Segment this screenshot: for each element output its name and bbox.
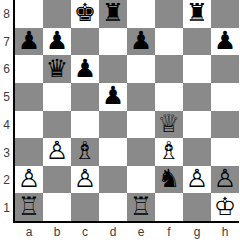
square-c8[interactable]: ♚	[71, 0, 99, 28]
square-d7[interactable]	[99, 28, 127, 56]
square-c3[interactable]: ♗	[71, 138, 99, 166]
rank-label-7: 7	[0, 28, 13, 56]
file-label-h: h	[211, 223, 239, 240]
square-g2[interactable]: ♙	[183, 166, 211, 194]
square-d4[interactable]	[99, 111, 127, 139]
square-c4[interactable]	[71, 111, 99, 139]
piece-black-pawn: ♟	[74, 56, 96, 81]
file-labels: abcdefgh	[15, 223, 239, 240]
square-c2[interactable]: ♙	[71, 166, 99, 194]
file-label-b: b	[43, 223, 71, 240]
piece-white-pawn: ♙	[186, 166, 208, 191]
rank-label-2: 2	[0, 167, 13, 195]
square-b4[interactable]	[43, 111, 71, 139]
square-a6[interactable]	[15, 55, 43, 83]
square-h4[interactable]	[211, 111, 239, 139]
square-d1[interactable]	[99, 193, 127, 221]
piece-black-pawn: ♟	[214, 28, 236, 53]
square-d8[interactable]: ♜	[99, 0, 127, 28]
square-d2[interactable]	[99, 166, 127, 194]
piece-white-rook: ♖	[130, 194, 152, 219]
square-h7[interactable]: ♟	[211, 28, 239, 56]
square-g7[interactable]	[183, 28, 211, 56]
piece-black-pawn: ♟	[46, 28, 68, 53]
square-a5[interactable]	[15, 83, 43, 111]
rank-label-1: 1	[0, 194, 13, 222]
square-b8[interactable]	[43, 0, 71, 28]
square-g4[interactable]	[183, 111, 211, 139]
file-label-e: e	[127, 223, 155, 240]
square-b6[interactable]: ♛	[43, 55, 71, 83]
piece-white-king: ♔	[214, 194, 236, 219]
square-f4[interactable]: ♕	[155, 111, 183, 139]
square-e1[interactable]: ♖	[127, 193, 155, 221]
square-d6[interactable]	[99, 55, 127, 83]
rank-label-5: 5	[0, 83, 13, 111]
file-label-c: c	[71, 223, 99, 240]
square-h3[interactable]	[211, 138, 239, 166]
piece-black-pawn: ♟	[102, 83, 124, 108]
rank-label-4: 4	[0, 111, 13, 139]
rank-label-3: 3	[0, 139, 13, 167]
square-e3[interactable]	[127, 138, 155, 166]
square-e6[interactable]	[127, 55, 155, 83]
square-c6[interactable]: ♟	[71, 55, 99, 83]
rank-labels: 87654321	[0, 0, 13, 222]
square-a3[interactable]	[15, 138, 43, 166]
piece-white-pawn: ♙	[74, 166, 96, 191]
square-f6[interactable]	[155, 55, 183, 83]
file-label-f: f	[155, 223, 183, 240]
square-h6[interactable]	[211, 55, 239, 83]
square-f2[interactable]: ♞	[155, 166, 183, 194]
square-g6[interactable]	[183, 55, 211, 83]
piece-white-queen: ♕	[158, 111, 180, 136]
file-label-d: d	[99, 223, 127, 240]
piece-white-bishop: ♗	[74, 138, 96, 163]
piece-black-pawn: ♟	[130, 28, 152, 53]
square-e8[interactable]	[127, 0, 155, 28]
square-a1[interactable]: ♖	[15, 193, 43, 221]
square-f7[interactable]	[155, 28, 183, 56]
square-g5[interactable]	[183, 83, 211, 111]
square-b5[interactable]	[43, 83, 71, 111]
square-c7[interactable]	[71, 28, 99, 56]
square-f8[interactable]	[155, 0, 183, 28]
piece-white-pawn: ♙	[214, 166, 236, 191]
square-f5[interactable]	[155, 83, 183, 111]
square-c1[interactable]	[71, 193, 99, 221]
piece-white-rook: ♖	[18, 194, 40, 219]
square-b2[interactable]	[43, 166, 71, 194]
piece-black-pawn: ♟	[18, 28, 40, 53]
square-d3[interactable]	[99, 138, 127, 166]
rank-label-8: 8	[0, 0, 13, 28]
square-h2[interactable]: ♙	[211, 166, 239, 194]
square-a2[interactable]: ♙	[15, 166, 43, 194]
square-f3[interactable]: ♗	[155, 138, 183, 166]
square-a4[interactable]	[15, 111, 43, 139]
square-g1[interactable]	[183, 193, 211, 221]
file-label-g: g	[183, 223, 211, 240]
chess-board[interactable]: ♚♜♜♟♟♟♟♛♟♟♕♙♗♗♙♙♞♙♙♖♖♔	[13, 0, 239, 223]
square-f1[interactable]	[155, 193, 183, 221]
square-e5[interactable]	[127, 83, 155, 111]
square-d5[interactable]: ♟	[99, 83, 127, 111]
square-h8[interactable]	[211, 0, 239, 28]
square-b7[interactable]: ♟	[43, 28, 71, 56]
piece-black-queen: ♛	[46, 56, 68, 81]
square-g3[interactable]	[183, 138, 211, 166]
square-a7[interactable]: ♟	[15, 28, 43, 56]
square-a8[interactable]	[15, 0, 43, 28]
chess-diagram: 87654321 ♚♜♜♟♟♟♟♛♟♟♕♙♗♗♙♙♞♙♙♖♖♔ abcdefgh	[0, 0, 240, 240]
square-e2[interactable]	[127, 166, 155, 194]
square-c5[interactable]	[71, 83, 99, 111]
piece-black-knight: ♞	[158, 166, 180, 191]
rank-label-6: 6	[0, 56, 13, 84]
file-label-a: a	[15, 223, 43, 240]
piece-black-king: ♚	[74, 0, 96, 25]
square-e4[interactable]	[127, 111, 155, 139]
piece-white-pawn: ♙	[18, 166, 40, 191]
square-b1[interactable]	[43, 193, 71, 221]
square-h1[interactable]: ♔	[211, 193, 239, 221]
piece-black-rook: ♜	[186, 0, 208, 25]
square-e7[interactable]: ♟	[127, 28, 155, 56]
square-b3[interactable]: ♙	[43, 138, 71, 166]
piece-black-rook: ♜	[102, 0, 124, 25]
piece-white-pawn: ♙	[46, 138, 68, 163]
piece-white-bishop: ♗	[158, 138, 180, 163]
square-h5[interactable]	[211, 83, 239, 111]
square-g8[interactable]: ♜	[183, 0, 211, 28]
